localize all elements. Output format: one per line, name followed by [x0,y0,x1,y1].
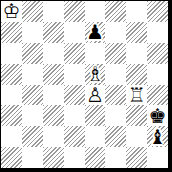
square-f3[interactable] [105,105,126,126]
square-a5[interactable] [1,64,22,85]
square-a1[interactable] [1,147,22,168]
square-a7[interactable] [1,22,22,43]
square-f7[interactable] [105,22,126,43]
square-f4[interactable] [105,85,126,106]
square-e3[interactable] [85,105,106,126]
square-g7[interactable] [126,22,147,43]
square-b1[interactable] [22,147,43,168]
square-c3[interactable] [43,105,64,126]
white-pawn-piece: ♙ [86,85,104,105]
square-e7[interactable]: ♟ [85,22,106,43]
square-g5[interactable] [126,64,147,85]
square-b3[interactable] [22,105,43,126]
square-a3[interactable] [1,105,22,126]
square-c8[interactable] [43,1,64,22]
square-d7[interactable] [64,22,85,43]
square-a2[interactable] [1,126,22,147]
square-c2[interactable] [43,126,64,147]
square-e4[interactable]: ♙ [85,85,106,106]
square-e8[interactable] [85,1,106,22]
square-h3[interactable]: ♚ [147,105,168,126]
square-f2[interactable] [105,126,126,147]
square-b4[interactable] [22,85,43,106]
square-f1[interactable] [105,147,126,168]
chess-board: ♔♟♗♙♖♚♝ [0,0,172,172]
square-g8[interactable] [126,1,147,22]
square-h8[interactable] [147,1,168,22]
square-f5[interactable] [105,64,126,85]
square-a8[interactable]: ♔ [1,1,22,22]
square-b2[interactable] [22,126,43,147]
square-c1[interactable] [43,147,64,168]
square-c7[interactable] [43,22,64,43]
square-f8[interactable] [105,1,126,22]
square-d6[interactable] [64,43,85,64]
black-pawn-piece: ♟ [86,22,104,42]
square-f6[interactable] [105,43,126,64]
square-d3[interactable] [64,105,85,126]
square-h1[interactable] [147,147,168,168]
square-d5[interactable] [64,64,85,85]
square-c4[interactable] [43,85,64,106]
square-h2[interactable]: ♝ [147,126,168,147]
square-c5[interactable] [43,64,64,85]
square-h6[interactable] [147,43,168,64]
square-e5[interactable]: ♗ [85,64,106,85]
square-d4[interactable] [64,85,85,106]
square-e2[interactable] [85,126,106,147]
square-h4[interactable] [147,85,168,106]
square-d2[interactable] [64,126,85,147]
square-g6[interactable] [126,43,147,64]
square-h5[interactable] [147,64,168,85]
square-b5[interactable] [22,64,43,85]
square-g2[interactable] [126,126,147,147]
square-d8[interactable] [64,1,85,22]
square-d1[interactable] [64,147,85,168]
white-king-piece: ♔ [2,1,20,21]
square-b6[interactable] [22,43,43,64]
white-rook-piece: ♖ [128,85,146,105]
square-a6[interactable] [1,43,22,64]
square-b7[interactable] [22,22,43,43]
black-bishop-piece: ♝ [149,127,167,147]
chess-diagram: ♔♟♗♙♖♚♝ [0,0,172,172]
square-g1[interactable] [126,147,147,168]
black-king-piece: ♚ [149,106,167,126]
square-g4[interactable]: ♖ [126,85,147,106]
square-a4[interactable] [1,85,22,106]
white-bishop-piece: ♗ [86,64,104,84]
square-e6[interactable] [85,43,106,64]
square-c6[interactable] [43,43,64,64]
square-e1[interactable] [85,147,106,168]
square-g3[interactable] [126,105,147,126]
square-h7[interactable] [147,22,168,43]
square-b8[interactable] [22,1,43,22]
